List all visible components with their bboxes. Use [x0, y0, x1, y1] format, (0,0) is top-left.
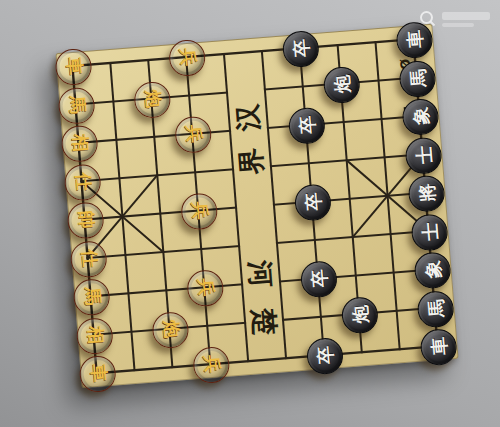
- piece-r-bing[interactable]: 兵: [192, 346, 231, 385]
- piece-r-che[interactable]: 車: [54, 48, 93, 87]
- piece-r-bing[interactable]: 兵: [168, 39, 207, 78]
- piece-glyph: 象: [424, 260, 443, 279]
- piece-glyph: 炮: [162, 319, 181, 338]
- piece-r-ma[interactable]: 馬: [57, 86, 96, 125]
- piece-b-ma[interactable]: 馬: [416, 289, 455, 328]
- piece-glyph: 馬: [427, 298, 446, 317]
- piece-glyph: 兵: [178, 47, 197, 66]
- piece-glyph: 車: [430, 336, 449, 355]
- piece-r-xiang[interactable]: 相: [75, 316, 114, 355]
- piece-r-shi[interactable]: 仕: [63, 163, 102, 202]
- pieces-layer: 車兵卒車馬炮炮馬相兵卒象仕士帥兵卒將仕士馬兵卒象相炮炮馬車兵卒車: [56, 25, 457, 387]
- piece-glyph: 卒: [304, 192, 323, 211]
- piece-glyph: 兵: [197, 278, 216, 297]
- piece-b-zu[interactable]: 卒: [300, 260, 339, 299]
- piece-glyph: 帥: [77, 210, 96, 229]
- piece-r-pao[interactable]: 炮: [133, 80, 172, 119]
- piece-glyph: 卒: [298, 115, 317, 134]
- piece-glyph: 仕: [80, 248, 99, 267]
- piece-r-bing[interactable]: 兵: [180, 192, 219, 231]
- piece-b-ma[interactable]: 馬: [398, 59, 437, 98]
- piece-b-che[interactable]: 車: [419, 328, 458, 367]
- piece-glyph: 士: [415, 145, 434, 164]
- piece-glyph: 車: [406, 29, 425, 48]
- piece-r-shi[interactable]: 仕: [69, 240, 108, 279]
- piece-r-bing[interactable]: 兵: [174, 115, 213, 154]
- piece-glyph: 士: [421, 221, 440, 240]
- piece-glyph: 兵: [203, 354, 222, 373]
- piece-b-zu[interactable]: 卒: [306, 337, 345, 376]
- piece-glyph: 卒: [292, 38, 311, 57]
- piece-glyph: 仕: [74, 171, 93, 190]
- piece-glyph: 馬: [409, 68, 428, 87]
- piece-b-zu[interactable]: 卒: [288, 106, 327, 145]
- piece-b-xiang[interactable]: 象: [401, 98, 440, 137]
- piece-r-bing[interactable]: 兵: [186, 269, 225, 308]
- magnifier-icon: [419, 10, 437, 28]
- piece-r-ma[interactable]: 馬: [72, 278, 111, 317]
- piece-glyph: 相: [71, 133, 90, 152]
- piece-glyph: 將: [418, 183, 437, 202]
- piece-glyph: 車: [65, 56, 84, 75]
- piece-r-xiang[interactable]: 相: [60, 124, 99, 163]
- piece-b-zu[interactable]: 卒: [294, 183, 333, 222]
- piece-glyph: 卒: [310, 269, 329, 288]
- piece-glyph: 卒: [316, 345, 335, 364]
- piece-r-pao[interactable]: 炮: [151, 310, 190, 349]
- piece-glyph: 兵: [184, 124, 203, 143]
- photo-scene: 汉 界 河 楚 Ø50 S×S 車兵卒車馬炮炮馬相兵卒象仕士帥兵卒將仕士馬兵卒象…: [0, 0, 500, 427]
- piece-b-xiang[interactable]: 象: [413, 251, 452, 290]
- piece-glyph: 象: [412, 106, 431, 125]
- piece-r-che[interactable]: 車: [78, 355, 117, 394]
- piece-b-shi[interactable]: 士: [410, 213, 449, 252]
- piece-glyph: 馬: [68, 95, 87, 114]
- piece-glyph: 炮: [144, 89, 163, 108]
- piece-b-pao[interactable]: 炮: [322, 65, 361, 104]
- xiangqi-board-mat[interactable]: 汉 界 河 楚 Ø50 S×S 車兵卒車馬炮炮馬相兵卒象仕士帥兵卒將仕士馬兵卒象…: [55, 24, 458, 389]
- piece-r-shuai[interactable]: 帥: [66, 201, 105, 240]
- watermark: [419, 10, 490, 28]
- piece-glyph: 炮: [333, 74, 352, 93]
- piece-b-pao[interactable]: 炮: [340, 295, 379, 334]
- piece-glyph: 兵: [190, 201, 209, 220]
- piece-b-zu[interactable]: 卒: [281, 30, 320, 69]
- piece-glyph: 車: [89, 363, 108, 382]
- piece-glyph: 相: [86, 325, 105, 344]
- piece-glyph: 馬: [83, 287, 102, 306]
- watermark-text-blur: [442, 12, 490, 27]
- piece-b-jiang[interactable]: 將: [407, 174, 446, 213]
- piece-b-shi[interactable]: 士: [404, 136, 443, 175]
- piece-glyph: 炮: [351, 304, 370, 323]
